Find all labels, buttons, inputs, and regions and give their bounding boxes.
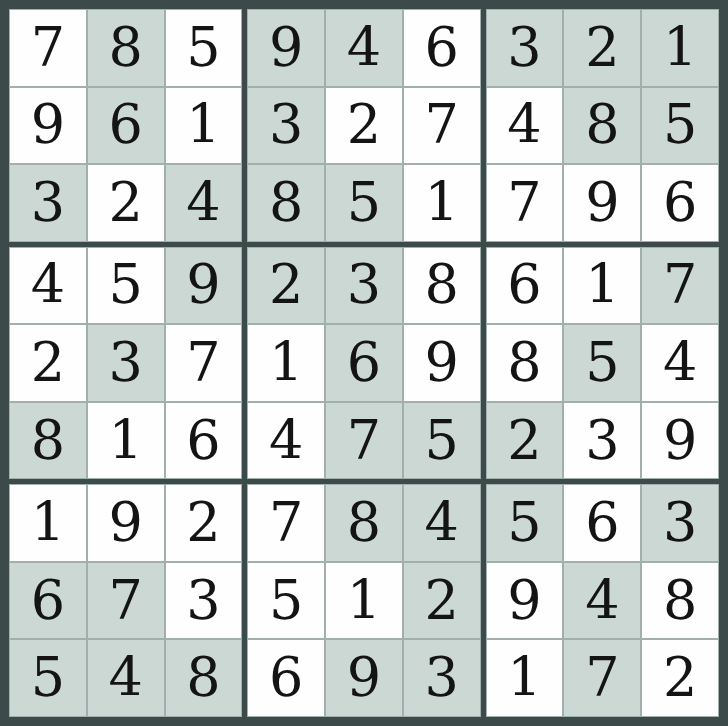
cell-r7c3[interactable]: 2	[166, 485, 242, 561]
cell-r7c1[interactable]: 1	[10, 485, 86, 561]
cell-r6c6[interactable]: 5	[404, 403, 480, 479]
cell-r6c3[interactable]: 6	[166, 403, 242, 479]
cell-r9c9[interactable]: 2	[642, 640, 718, 716]
cell-r8c4[interactable]: 5	[248, 563, 324, 639]
cell-r2c7[interactable]: 4	[487, 88, 563, 164]
cell-r5c4[interactable]: 1	[248, 325, 324, 401]
cell-r2c1[interactable]: 9	[10, 88, 86, 164]
cell-r5c7[interactable]: 8	[487, 325, 563, 401]
cell-r6c8[interactable]: 3	[564, 403, 640, 479]
cell-r4c7[interactable]: 6	[487, 248, 563, 324]
sudoku-block-3: 321485796	[487, 10, 718, 241]
cell-r3c2[interactable]: 2	[88, 165, 164, 241]
cell-r3c4[interactable]: 8	[248, 165, 324, 241]
cell-r5c6[interactable]: 9	[404, 325, 480, 401]
cell-r8c6[interactable]: 2	[404, 563, 480, 639]
cell-r8c1[interactable]: 6	[10, 563, 86, 639]
cell-r1c2[interactable]: 8	[88, 10, 164, 86]
cell-r7c9[interactable]: 3	[642, 485, 718, 561]
cell-r6c2[interactable]: 1	[88, 403, 164, 479]
cell-r6c7[interactable]: 2	[487, 403, 563, 479]
cell-r5c1[interactable]: 2	[10, 325, 86, 401]
cell-r9c6[interactable]: 3	[404, 640, 480, 716]
sudoku-block-5: 238169475	[248, 248, 479, 479]
cell-r6c9[interactable]: 9	[642, 403, 718, 479]
cell-r9c7[interactable]: 1	[487, 640, 563, 716]
cell-r2c3[interactable]: 1	[166, 88, 242, 164]
cell-r5c8[interactable]: 5	[564, 325, 640, 401]
cell-r9c5[interactable]: 9	[326, 640, 402, 716]
cell-r3c9[interactable]: 6	[642, 165, 718, 241]
cell-r1c5[interactable]: 4	[326, 10, 402, 86]
cell-r4c8[interactable]: 1	[564, 248, 640, 324]
cell-r9c8[interactable]: 7	[564, 640, 640, 716]
sudoku-block-1: 785961324	[10, 10, 241, 241]
cell-r4c2[interactable]: 5	[88, 248, 164, 324]
cell-r8c2[interactable]: 7	[88, 563, 164, 639]
cell-r1c4[interactable]: 9	[248, 10, 324, 86]
cell-r3c8[interactable]: 9	[564, 165, 640, 241]
cell-r5c5[interactable]: 6	[326, 325, 402, 401]
cell-r4c5[interactable]: 3	[326, 248, 402, 324]
cell-r9c2[interactable]: 4	[88, 640, 164, 716]
cell-r2c5[interactable]: 2	[326, 88, 402, 164]
sudoku-block-7: 192673548	[10, 485, 241, 716]
cell-r1c8[interactable]: 2	[564, 10, 640, 86]
cell-r6c1[interactable]: 8	[10, 403, 86, 479]
cell-r7c8[interactable]: 6	[564, 485, 640, 561]
cell-r1c1[interactable]: 7	[10, 10, 86, 86]
cell-r1c6[interactable]: 6	[404, 10, 480, 86]
cell-r5c9[interactable]: 4	[642, 325, 718, 401]
cell-r8c3[interactable]: 3	[166, 563, 242, 639]
cell-r7c7[interactable]: 5	[487, 485, 563, 561]
cell-r3c3[interactable]: 4	[166, 165, 242, 241]
cell-r2c9[interactable]: 5	[642, 88, 718, 164]
cell-r2c8[interactable]: 8	[564, 88, 640, 164]
cell-r8c9[interactable]: 8	[642, 563, 718, 639]
cell-r3c1[interactable]: 3	[10, 165, 86, 241]
cell-r5c2[interactable]: 3	[88, 325, 164, 401]
cell-r4c1[interactable]: 4	[10, 248, 86, 324]
sudoku-block-2: 946327851	[248, 10, 479, 241]
cell-r4c6[interactable]: 8	[404, 248, 480, 324]
cell-r1c3[interactable]: 5	[166, 10, 242, 86]
cell-r7c6[interactable]: 4	[404, 485, 480, 561]
cell-r1c9[interactable]: 1	[642, 10, 718, 86]
cell-r9c1[interactable]: 5	[10, 640, 86, 716]
cell-r1c7[interactable]: 3	[487, 10, 563, 86]
sudoku-block-9: 563948172	[487, 485, 718, 716]
sudoku-block-4: 459237816	[10, 248, 241, 479]
cell-r6c4[interactable]: 4	[248, 403, 324, 479]
cell-r9c3[interactable]: 8	[166, 640, 242, 716]
cell-r7c4[interactable]: 7	[248, 485, 324, 561]
cell-r8c7[interactable]: 9	[487, 563, 563, 639]
cell-r7c2[interactable]: 9	[88, 485, 164, 561]
cell-r3c6[interactable]: 1	[404, 165, 480, 241]
cell-r8c5[interactable]: 1	[326, 563, 402, 639]
sudoku-board: 7859613249463278513214857964592378162381…	[0, 0, 728, 726]
cell-r2c6[interactable]: 7	[404, 88, 480, 164]
cell-r5c3[interactable]: 7	[166, 325, 242, 401]
cell-r3c7[interactable]: 7	[487, 165, 563, 241]
cell-r8c8[interactable]: 4	[564, 563, 640, 639]
cell-r9c4[interactable]: 6	[248, 640, 324, 716]
cell-r4c9[interactable]: 7	[642, 248, 718, 324]
cell-r7c5[interactable]: 8	[326, 485, 402, 561]
cell-r3c5[interactable]: 5	[326, 165, 402, 241]
sudoku-block-6: 617854239	[487, 248, 718, 479]
cell-r6c5[interactable]: 7	[326, 403, 402, 479]
cell-r2c2[interactable]: 6	[88, 88, 164, 164]
cell-r2c4[interactable]: 3	[248, 88, 324, 164]
sudoku-block-8: 784512693	[248, 485, 479, 716]
cell-r4c3[interactable]: 9	[166, 248, 242, 324]
cell-r4c4[interactable]: 2	[248, 248, 324, 324]
